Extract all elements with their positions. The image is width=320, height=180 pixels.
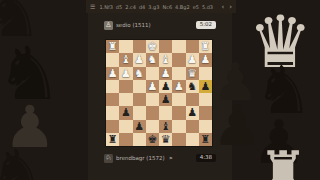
move-token[interactable]: d5 <box>116 4 122 10</box>
white-bishop-d2[interactable]: ♝ <box>161 54 171 65</box>
white-rook-a1[interactable]: ♜ <box>200 41 210 52</box>
square-e3[interactable] <box>146 67 159 80</box>
square-f1[interactable] <box>133 40 146 53</box>
move-token[interactable]: 1.Nf3 <box>99 4 112 10</box>
square-h8[interactable]: ♜ <box>106 133 119 146</box>
square-g6[interactable]: ♟ <box>119 106 132 119</box>
bg-knight-bottom-left: ♞ <box>0 142 46 180</box>
white-pawn-a2[interactable]: ♟ <box>200 54 210 65</box>
square-e2[interactable]: ♞ <box>146 53 159 66</box>
square-d8[interactable]: ♛ <box>159 133 172 146</box>
square-c3[interactable] <box>172 67 185 80</box>
square-b8[interactable] <box>186 133 199 146</box>
square-h5[interactable] <box>106 93 119 106</box>
player-row-bottom: ♘ brendbagr (1572) ⚑ 4:38 <box>104 152 216 164</box>
white-knight-f3[interactable]: ♞ <box>134 67 144 78</box>
square-a7[interactable] <box>199 120 212 133</box>
bottom-player-clock: 4:38 <box>196 154 216 163</box>
square-g5[interactable] <box>119 93 132 106</box>
move-list: 1.Nf3d52.c4d43.g3Nc64.Bg2e55.d3a56.e4Nb4 <box>99 4 216 10</box>
square-f2[interactable]: ♟ <box>133 53 146 66</box>
black-pawn-d4[interactable]: ♟ <box>161 80 171 91</box>
square-a1[interactable]: ♜ <box>199 40 212 53</box>
square-f5[interactable] <box>133 93 146 106</box>
white-queen-b3[interactable]: ♛ <box>187 67 197 78</box>
black-king-e8[interactable]: ♚ <box>147 133 157 144</box>
white-pawn-b2[interactable]: ♟ <box>187 54 197 65</box>
player-row-top: ♙ sedio (1511) 5:02 <box>104 19 216 31</box>
square-e8[interactable]: ♚ <box>146 133 159 146</box>
square-g2[interactable]: ♝ <box>119 53 132 66</box>
square-h1[interactable]: ♜ <box>106 40 119 53</box>
move-list-strip: ☰ 1.Nf3d52.c4d43.g3Nc64.Bg2e55.d3a56.e4N… <box>86 0 236 13</box>
square-h6[interactable] <box>106 106 119 119</box>
square-e5[interactable] <box>146 93 159 106</box>
white-rook-h1[interactable]: ♜ <box>108 41 118 52</box>
white-pawn-f2[interactable]: ♟ <box>134 54 144 65</box>
square-f8[interactable] <box>133 133 146 146</box>
menu-icon[interactable]: ☰ <box>90 3 95 10</box>
square-d1[interactable] <box>159 40 172 53</box>
square-d3[interactable]: ♟ <box>159 67 172 80</box>
square-f3[interactable]: ♞ <box>133 67 146 80</box>
square-g3[interactable]: ♟ <box>119 67 132 80</box>
square-b1[interactable] <box>186 40 199 53</box>
square-g7[interactable] <box>119 120 132 133</box>
square-e1[interactable]: ♚ <box>146 40 159 53</box>
square-d2[interactable]: ♝ <box>159 53 172 66</box>
white-king-e1[interactable]: ♚ <box>147 41 157 52</box>
square-d5[interactable]: ♟ <box>159 93 172 106</box>
square-a6[interactable] <box>199 106 212 119</box>
square-e6[interactable] <box>146 106 159 119</box>
black-queen-d8[interactable]: ♛ <box>161 133 171 144</box>
square-a5[interactable] <box>199 93 212 106</box>
square-f6[interactable] <box>133 106 146 119</box>
bg-rook-bottom-right: ♜ <box>258 144 308 180</box>
square-f4[interactable] <box>133 80 146 93</box>
square-a4[interactable]: ♟ <box>199 80 212 93</box>
top-player-name[interactable]: sedio (1511) <box>116 22 151 28</box>
square-h4[interactable] <box>106 80 119 93</box>
move-token[interactable]: 4.Bg2 <box>175 4 190 10</box>
black-pawn-f7[interactable]: ♟ <box>134 120 144 131</box>
square-d4[interactable]: ♟ <box>159 80 172 93</box>
square-a3[interactable] <box>199 67 212 80</box>
white-bishop-g2[interactable]: ♝ <box>121 54 131 65</box>
square-c8[interactable] <box>172 133 185 146</box>
square-d6[interactable] <box>159 106 172 119</box>
square-b2[interactable]: ♟ <box>186 53 199 66</box>
nav-back-icon[interactable]: ‹ <box>221 3 224 11</box>
square-f7[interactable]: ♟ <box>133 120 146 133</box>
black-pawn-d5[interactable]: ♟ <box>161 94 171 105</box>
square-b6[interactable]: ♟ <box>186 106 199 119</box>
move-token[interactable]: 5.d3 <box>202 4 213 10</box>
square-g8[interactable] <box>119 133 132 146</box>
square-h3[interactable]: ♟ <box>106 67 119 80</box>
square-a8[interactable]: ♜ <box>199 133 212 146</box>
white-pawn-g3[interactable]: ♟ <box>121 67 131 78</box>
black-rook-a8[interactable]: ♜ <box>200 133 210 144</box>
bottom-player-name[interactable]: brendbagr (1572) <box>116 155 165 161</box>
white-pawn-c4[interactable]: ♟ <box>174 80 184 91</box>
move-token[interactable]: 2.c4 <box>125 4 136 10</box>
square-b7[interactable] <box>186 120 199 133</box>
square-c7[interactable] <box>172 120 185 133</box>
top-player-avatar[interactable]: ♙ <box>104 21 113 30</box>
move-token[interactable]: 3.g3 <box>148 4 159 10</box>
bottom-player-flag-icon: ⚑ <box>169 156 173 161</box>
bottom-player-avatar[interactable]: ♘ <box>104 154 113 163</box>
top-player-clock: 5:02 <box>196 21 216 30</box>
square-c6[interactable] <box>172 106 185 119</box>
black-bishop-d7[interactable]: ♝ <box>161 120 171 131</box>
square-c5[interactable] <box>172 93 185 106</box>
white-pawn-h3[interactable]: ♟ <box>108 67 118 78</box>
square-c2[interactable] <box>172 53 185 66</box>
square-b4[interactable]: ♞ <box>186 80 199 93</box>
square-b3[interactable]: ♛ <box>186 67 199 80</box>
black-rook-h8[interactable]: ♜ <box>108 133 118 144</box>
square-a2[interactable]: ♟ <box>199 53 212 66</box>
white-knight-e2[interactable]: ♞ <box>147 54 157 65</box>
square-d7[interactable]: ♝ <box>159 120 172 133</box>
black-pawn-b6[interactable]: ♟ <box>187 107 197 118</box>
square-c4[interactable]: ♟ <box>172 80 185 93</box>
move-token[interactable]: d4 <box>139 4 145 10</box>
white-pawn-d3[interactable]: ♟ <box>161 67 171 78</box>
square-e7[interactable] <box>146 120 159 133</box>
move-token[interactable]: e5 <box>193 4 199 10</box>
square-b5[interactable] <box>186 93 199 106</box>
square-g4[interactable] <box>119 80 132 93</box>
app-screen: ♞♞♟♞♛♟♞♟♟♜ ☰ 1.Nf3d52.c4d43.g3Nc64.Bg2e5… <box>0 0 320 180</box>
square-c1[interactable] <box>172 40 185 53</box>
square-h2[interactable] <box>106 53 119 66</box>
board: ♜♚♜♝♟♞♝♟♟♟♟♞♟♛♟♟♟♞♟♟♟♟♟♝♜♚♛♜ <box>106 40 212 146</box>
nav-forward-icon[interactable]: › <box>229 3 232 11</box>
move-token[interactable]: Nc6 <box>162 4 172 10</box>
black-knight-b4[interactable]: ♞ <box>187 80 197 91</box>
black-pawn-g6[interactable]: ♟ <box>121 107 131 118</box>
black-pawn-a4[interactable]: ♟ <box>200 80 210 91</box>
white-pawn-e4[interactable]: ♟ <box>147 80 157 91</box>
square-g1[interactable] <box>119 40 132 53</box>
square-h7[interactable] <box>106 120 119 133</box>
square-e4[interactable]: ♟ <box>146 80 159 93</box>
